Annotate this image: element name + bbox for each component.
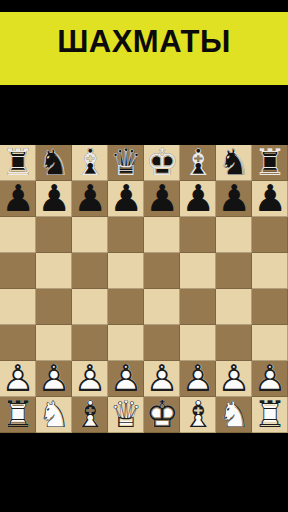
piece-white-pawn: ♟♙ — [108, 361, 144, 397]
square-g3[interactable] — [216, 325, 252, 361]
piece-fill-glyph: ♞ — [217, 396, 250, 433]
piece-black-bishop: ♝♗ — [180, 145, 216, 181]
piece-outline-glyph: ♗ — [181, 144, 214, 181]
square-e4[interactable] — [144, 289, 180, 325]
square-b4[interactable] — [36, 289, 72, 325]
piece-black-knight: ♞♘ — [36, 145, 72, 181]
piece-black-knight: ♞♘ — [216, 145, 252, 181]
piece-fill-glyph: ♚ — [145, 396, 178, 433]
piece-fill-glyph: ♟ — [73, 360, 106, 397]
piece-fill-glyph: ♟ — [1, 360, 34, 397]
piece-fill-glyph: ♞ — [37, 144, 70, 181]
square-b3[interactable] — [36, 325, 72, 361]
piece-fill-glyph: ♜ — [253, 396, 286, 433]
piece-fill-glyph: ♟ — [145, 360, 178, 397]
piece-fill-glyph: ♝ — [73, 144, 106, 181]
piece-white-knight: ♞♘ — [36, 397, 72, 433]
square-d8[interactable]: ♛♕ — [108, 145, 144, 181]
piece-fill-glyph: ♟ — [217, 360, 250, 397]
piece-black-pawn: ♟ — [216, 181, 252, 217]
piece-fill-glyph: ♞ — [37, 396, 70, 433]
square-a4[interactable] — [0, 289, 36, 325]
square-e3[interactable] — [144, 325, 180, 361]
piece-white-knight: ♞♘ — [216, 397, 252, 433]
piece-fill-glyph: ♚ — [145, 144, 178, 181]
square-d2[interactable]: ♟♙ — [108, 361, 144, 397]
square-g2[interactable]: ♟♙ — [216, 361, 252, 397]
square-f3[interactable] — [180, 325, 216, 361]
square-a8[interactable]: ♜♖ — [0, 145, 36, 181]
piece-outline-glyph: ♙ — [145, 360, 178, 397]
square-a2[interactable]: ♟♙ — [0, 361, 36, 397]
piece-fill-glyph: ♟ — [217, 180, 250, 217]
square-c5[interactable] — [72, 253, 108, 289]
square-h4[interactable] — [252, 289, 288, 325]
piece-white-rook: ♜♖ — [252, 397, 288, 433]
piece-fill-glyph: ♟ — [37, 360, 70, 397]
piece-black-pawn: ♟ — [180, 181, 216, 217]
square-c8[interactable]: ♝♗ — [72, 145, 108, 181]
piece-outline-glyph: ♕ — [109, 144, 142, 181]
piece-fill-glyph: ♟ — [253, 180, 286, 217]
square-e5[interactable] — [144, 253, 180, 289]
piece-outline-glyph: ♘ — [37, 144, 70, 181]
square-c7[interactable]: ♟ — [72, 181, 108, 217]
square-g4[interactable] — [216, 289, 252, 325]
status-bar — [0, 0, 288, 12]
piece-outline-glyph: ♙ — [253, 360, 286, 397]
piece-outline-glyph: ♗ — [73, 144, 106, 181]
square-h7[interactable]: ♟ — [252, 181, 288, 217]
piece-outline-glyph: ♙ — [37, 360, 70, 397]
square-h5[interactable] — [252, 253, 288, 289]
piece-black-pawn: ♟ — [72, 181, 108, 217]
square-h8[interactable]: ♜♖ — [252, 145, 288, 181]
piece-outline-glyph: ♙ — [181, 360, 214, 397]
piece-fill-glyph: ♟ — [181, 360, 214, 397]
square-c2[interactable]: ♟♙ — [72, 361, 108, 397]
app-title: ШАХМАТЫ — [57, 24, 231, 60]
square-c4[interactable] — [72, 289, 108, 325]
square-d6[interactable] — [108, 217, 144, 253]
piece-outline-glyph: ♖ — [253, 144, 286, 181]
square-d4[interactable] — [108, 289, 144, 325]
piece-outline-glyph: ♔ — [145, 396, 178, 433]
piece-white-bishop: ♝♗ — [72, 397, 108, 433]
square-f1[interactable]: ♝♗ — [180, 397, 216, 433]
square-f2[interactable]: ♟♙ — [180, 361, 216, 397]
piece-outline-glyph: ♙ — [1, 360, 34, 397]
piece-black-pawn: ♟ — [252, 181, 288, 217]
piece-fill-glyph: ♟ — [181, 180, 214, 217]
piece-outline-glyph: ♙ — [217, 360, 250, 397]
piece-fill-glyph: ♜ — [1, 144, 34, 181]
chess-board: ♜♖♞♘♝♗♛♕♚♔♝♗♞♘♜♖♟♟♟♟♟♟♟♟♟♙♟♙♟♙♟♙♟♙♟♙♟♙♟♙… — [0, 145, 288, 433]
square-f5[interactable] — [180, 253, 216, 289]
square-f4[interactable] — [180, 289, 216, 325]
piece-white-bishop: ♝♗ — [180, 397, 216, 433]
square-b7[interactable]: ♟ — [36, 181, 72, 217]
piece-outline-glyph: ♖ — [1, 396, 34, 433]
square-e1[interactable]: ♚♔ — [144, 397, 180, 433]
piece-black-pawn: ♟ — [144, 181, 180, 217]
piece-outline-glyph: ♘ — [37, 396, 70, 433]
square-d1[interactable]: ♛♕ — [108, 397, 144, 433]
square-b2[interactable]: ♟♙ — [36, 361, 72, 397]
app-title-banner: ШАХМАТЫ — [0, 12, 288, 85]
square-a7[interactable]: ♟ — [0, 181, 36, 217]
piece-black-rook: ♜♖ — [252, 145, 288, 181]
square-a6[interactable] — [0, 217, 36, 253]
piece-white-pawn: ♟♙ — [0, 361, 36, 397]
square-f7[interactable]: ♟ — [180, 181, 216, 217]
square-e8[interactable]: ♚♔ — [144, 145, 180, 181]
square-a1[interactable]: ♜♖ — [0, 397, 36, 433]
square-c6[interactable] — [72, 217, 108, 253]
square-g7[interactable]: ♟ — [216, 181, 252, 217]
piece-outline-glyph: ♘ — [217, 144, 250, 181]
piece-black-queen: ♛♕ — [108, 145, 144, 181]
piece-outline-glyph: ♖ — [1, 144, 34, 181]
piece-fill-glyph: ♜ — [1, 396, 34, 433]
app-screen: ШАХМАТЫ ♜♖♞♘♝♗♛♕♚♔♝♗♞♘♜♖♟♟♟♟♟♟♟♟♟♙♟♙♟♙♟♙… — [0, 0, 288, 512]
square-f8[interactable]: ♝♗ — [180, 145, 216, 181]
square-c3[interactable] — [72, 325, 108, 361]
piece-white-pawn: ♟♙ — [36, 361, 72, 397]
piece-fill-glyph: ♝ — [73, 396, 106, 433]
piece-white-queen: ♛♕ — [108, 397, 144, 433]
square-e2[interactable]: ♟♙ — [144, 361, 180, 397]
piece-fill-glyph: ♝ — [181, 396, 214, 433]
piece-black-king: ♚♔ — [144, 145, 180, 181]
square-h2[interactable]: ♟♙ — [252, 361, 288, 397]
square-d7[interactable]: ♟ — [108, 181, 144, 217]
square-h6[interactable] — [252, 217, 288, 253]
square-a3[interactable] — [0, 325, 36, 361]
square-h3[interactable] — [252, 325, 288, 361]
piece-fill-glyph: ♟ — [109, 360, 142, 397]
piece-outline-glyph: ♙ — [73, 360, 106, 397]
piece-fill-glyph: ♝ — [181, 144, 214, 181]
piece-white-king: ♚♔ — [144, 397, 180, 433]
square-g5[interactable] — [216, 253, 252, 289]
piece-outline-glyph: ♗ — [181, 396, 214, 433]
square-e6[interactable] — [144, 217, 180, 253]
square-c1[interactable]: ♝♗ — [72, 397, 108, 433]
square-g1[interactable]: ♞♘ — [216, 397, 252, 433]
piece-white-pawn: ♟♙ — [144, 361, 180, 397]
piece-fill-glyph: ♟ — [73, 180, 106, 217]
square-e7[interactable]: ♟ — [144, 181, 180, 217]
square-f6[interactable] — [180, 217, 216, 253]
piece-fill-glyph: ♞ — [217, 144, 250, 181]
piece-outline-glyph: ♔ — [145, 144, 178, 181]
piece-fill-glyph: ♟ — [109, 180, 142, 217]
piece-outline-glyph: ♗ — [73, 396, 106, 433]
square-b8[interactable]: ♞♘ — [36, 145, 72, 181]
piece-fill-glyph: ♜ — [253, 144, 286, 181]
piece-outline-glyph: ♘ — [217, 396, 250, 433]
piece-fill-glyph: ♟ — [145, 180, 178, 217]
square-b1[interactable]: ♞♘ — [36, 397, 72, 433]
piece-fill-glyph: ♟ — [253, 360, 286, 397]
square-d5[interactable] — [108, 253, 144, 289]
piece-fill-glyph: ♟ — [1, 180, 34, 217]
square-a5[interactable] — [0, 253, 36, 289]
piece-white-pawn: ♟♙ — [216, 361, 252, 397]
piece-black-pawn: ♟ — [108, 181, 144, 217]
piece-outline-glyph: ♙ — [109, 360, 142, 397]
piece-fill-glyph: ♛ — [109, 396, 142, 433]
piece-black-pawn: ♟ — [0, 181, 36, 217]
piece-white-pawn: ♟♙ — [180, 361, 216, 397]
piece-white-rook: ♜♖ — [0, 397, 36, 433]
piece-outline-glyph: ♖ — [253, 396, 286, 433]
square-g6[interactable] — [216, 217, 252, 253]
square-b6[interactable] — [36, 217, 72, 253]
square-h1[interactable]: ♜♖ — [252, 397, 288, 433]
piece-white-pawn: ♟♙ — [72, 361, 108, 397]
piece-black-pawn: ♟ — [36, 181, 72, 217]
square-g8[interactable]: ♞♘ — [216, 145, 252, 181]
piece-fill-glyph: ♛ — [109, 144, 142, 181]
piece-black-bishop: ♝♗ — [72, 145, 108, 181]
square-b5[interactable] — [36, 253, 72, 289]
piece-outline-glyph: ♕ — [109, 396, 142, 433]
piece-fill-glyph: ♟ — [37, 180, 70, 217]
piece-white-pawn: ♟♙ — [252, 361, 288, 397]
square-d3[interactable] — [108, 325, 144, 361]
piece-black-rook: ♜♖ — [0, 145, 36, 181]
